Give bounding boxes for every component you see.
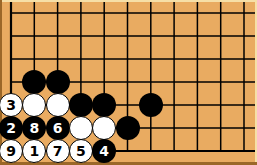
intersection-c9-r6	[209, 140, 232, 163]
intersection-c2-r3	[46, 71, 69, 94]
intersection-c8-r2	[186, 48, 209, 71]
intersection-c9-r2	[209, 48, 232, 71]
intersection-c4-r5	[93, 117, 116, 140]
intersection-c8-r6	[186, 140, 209, 163]
intersection-c8-r3	[186, 71, 209, 94]
intersection-c7-r1	[162, 25, 185, 48]
intersection-c4-r4	[93, 94, 116, 117]
intersection-c6-r4	[139, 94, 162, 117]
intersection-c3-r6: 5	[69, 140, 92, 163]
intersection-c1-r5: 8	[23, 117, 46, 140]
intersection-c6-r6	[139, 140, 162, 163]
intersection-c6-r3	[139, 71, 162, 94]
intersection-c8-r0	[186, 2, 209, 25]
intersection-c1-r0	[23, 2, 46, 25]
black-stone-move-4: 4	[92, 139, 116, 163]
intersection-c1-r2	[23, 48, 46, 71]
intersection-c5-r2	[116, 48, 139, 71]
intersection-c2-r1	[46, 25, 69, 48]
intersection-c7-r2	[162, 48, 185, 71]
move-number-label: 4	[99, 144, 109, 158]
move-number-label: 8	[29, 121, 39, 135]
intersection-c5-r4	[116, 94, 139, 117]
intersection-c7-r5	[162, 117, 185, 140]
move-number-label: 2	[6, 121, 16, 135]
white-stone-move-1: 1	[22, 139, 46, 163]
intersection-c3-r1	[69, 25, 92, 48]
intersection-c5-r0	[116, 2, 139, 25]
black-stone-move-6: 6	[46, 116, 70, 140]
move-number-label: 6	[53, 121, 63, 135]
intersection-c4-r3	[93, 71, 116, 94]
intersection-c8-r1	[186, 25, 209, 48]
intersection-c0-r1	[0, 25, 23, 48]
intersection-c2-r0	[46, 2, 69, 25]
intersection-c1-r4	[23, 94, 46, 117]
intersection-c7-r6	[162, 140, 185, 163]
intersection-c6-r0	[139, 2, 162, 25]
intersection-c6-r1	[139, 25, 162, 48]
intersection-c5-r3	[116, 71, 139, 94]
white-stone-move-9: 9	[0, 139, 23, 163]
intersection-c10-r1	[232, 25, 255, 48]
white-stone	[92, 116, 116, 140]
intersection-c8-r4	[186, 94, 209, 117]
intersection-c6-r2	[139, 48, 162, 71]
black-stone	[22, 70, 46, 94]
intersection-c5-r6	[116, 140, 139, 163]
intersection-c3-r4	[69, 94, 92, 117]
intersection-c3-r5	[69, 117, 92, 140]
intersection-c3-r3	[69, 71, 92, 94]
intersection-c1-r6: 1	[23, 140, 46, 163]
intersection-c2-r6: 7	[46, 140, 69, 163]
intersection-c9-r1	[209, 25, 232, 48]
black-stone	[69, 93, 93, 117]
intersection-c9-r0	[209, 2, 232, 25]
intersection-c10-r4	[232, 94, 255, 117]
move-number-label: 1	[29, 144, 39, 158]
intersection-c9-r5	[209, 117, 232, 140]
intersection-c3-r2	[69, 48, 92, 71]
intersection-c7-r3	[162, 71, 185, 94]
white-stone	[69, 116, 93, 140]
go-diagram: 328691754	[0, 0, 257, 165]
intersection-c5-r1	[116, 25, 139, 48]
intersection-c10-r0	[232, 2, 255, 25]
intersection-c0-r4: 3	[0, 94, 23, 117]
intersection-c2-r4	[46, 94, 69, 117]
intersection-c10-r3	[232, 71, 255, 94]
black-stone	[46, 70, 70, 94]
black-stone	[116, 116, 140, 140]
intersection-c2-r2	[46, 48, 69, 71]
white-stone	[46, 93, 70, 117]
intersection-c4-r2	[93, 48, 116, 71]
intersection-c9-r4	[209, 94, 232, 117]
intersection-c10-r2	[232, 48, 255, 71]
intersection-c10-r6	[232, 140, 255, 163]
intersection-c0-r2	[0, 48, 23, 71]
white-stone-move-7: 7	[46, 139, 70, 163]
move-number-label: 7	[53, 144, 63, 158]
move-number-label: 9	[6, 144, 16, 158]
intersection-c0-r6: 9	[0, 140, 23, 163]
move-number-label: 3	[6, 98, 16, 112]
black-stone	[139, 93, 163, 117]
intersection-c4-r6: 4	[93, 140, 116, 163]
black-stone	[92, 93, 116, 117]
move-number-label: 5	[76, 144, 86, 158]
intersection-c2-r5: 6	[46, 117, 69, 140]
black-stone-move-8: 8	[22, 116, 46, 140]
intersection-c1-r1	[23, 25, 46, 48]
intersection-c0-r5: 2	[0, 117, 23, 140]
intersection-c0-r0	[0, 2, 23, 25]
intersection-c8-r5	[186, 117, 209, 140]
intersection-c1-r3	[23, 71, 46, 94]
intersection-c4-r1	[93, 25, 116, 48]
white-stone	[22, 93, 46, 117]
intersection-c10-r5	[232, 117, 255, 140]
intersection-c7-r4	[162, 94, 185, 117]
intersection-c6-r5	[139, 117, 162, 140]
white-stone-move-3: 3	[0, 93, 23, 117]
intersection-c9-r3	[209, 71, 232, 94]
white-stone-move-5: 5	[69, 139, 93, 163]
intersection-c0-r3	[0, 71, 23, 94]
intersection-c3-r0	[69, 2, 92, 25]
intersection-c7-r0	[162, 2, 185, 25]
black-stone-move-2: 2	[0, 116, 23, 140]
intersection-c5-r5	[116, 117, 139, 140]
goban-grid: 328691754	[0, 2, 256, 163]
intersection-c4-r0	[93, 2, 116, 25]
